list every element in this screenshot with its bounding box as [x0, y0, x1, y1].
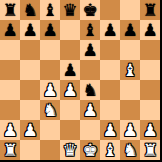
square-f2[interactable]: ♟: [100, 120, 120, 140]
square-h3[interactable]: [140, 100, 160, 120]
black-pawn[interactable]: ♟: [142, 20, 157, 40]
square-b8[interactable]: ♞: [20, 0, 40, 20]
square-g2[interactable]: ♟: [120, 120, 140, 140]
white-king[interactable]: ♚: [82, 140, 97, 160]
square-g4[interactable]: [120, 80, 140, 100]
black-pawn[interactable]: ♟: [22, 20, 37, 40]
square-h5[interactable]: [140, 60, 160, 80]
square-a7[interactable]: ♟: [0, 20, 20, 40]
square-a6[interactable]: [0, 40, 20, 60]
square-e1[interactable]: ♚: [80, 140, 100, 160]
square-f3[interactable]: [100, 100, 120, 120]
square-g7[interactable]: ♟: [120, 20, 140, 40]
square-f7[interactable]: ♟: [100, 20, 120, 40]
black-pawn[interactable]: ♟: [122, 20, 137, 40]
square-h8[interactable]: ♜: [140, 0, 160, 20]
square-c6[interactable]: [40, 40, 60, 60]
black-bishop[interactable]: ♝: [42, 0, 57, 20]
black-rook[interactable]: ♜: [142, 0, 157, 20]
square-e4[interactable]: ♞: [80, 80, 100, 100]
black-pawn[interactable]: ♟: [42, 20, 57, 40]
square-d2[interactable]: [60, 120, 80, 140]
square-e3[interactable]: ♟: [80, 100, 100, 120]
square-b5[interactable]: [20, 60, 40, 80]
square-g8[interactable]: [120, 0, 140, 20]
black-pawn[interactable]: ♟: [82, 40, 97, 60]
square-h7[interactable]: ♟: [140, 20, 160, 40]
black-bishop[interactable]: ♝: [82, 20, 97, 40]
square-e2[interactable]: [80, 120, 100, 140]
white-pawn[interactable]: ♟: [22, 120, 37, 140]
white-rook[interactable]: ♜: [142, 140, 157, 160]
square-a1[interactable]: ♜: [0, 140, 20, 160]
square-a2[interactable]: ♟: [0, 120, 20, 140]
white-pawn[interactable]: ♟: [102, 120, 117, 140]
white-rook[interactable]: ♜: [2, 140, 17, 160]
square-b2[interactable]: ♟: [20, 120, 40, 140]
square-d4[interactable]: ♟: [60, 80, 80, 100]
square-e5[interactable]: [80, 60, 100, 80]
white-pawn[interactable]: ♟: [122, 120, 137, 140]
square-a8[interactable]: ♜: [0, 0, 20, 20]
white-pawn[interactable]: ♟: [82, 100, 97, 120]
square-d7[interactable]: [60, 20, 80, 40]
square-c8[interactable]: ♝: [40, 0, 60, 20]
chess-board: ♜♞♝♛♚♜♟♟♟♝♟♟♟♟♟♝♟♟♞♞♟♟♟♟♟♟♜♛♚♝♞♜: [0, 0, 162, 162]
square-f5[interactable]: [100, 60, 120, 80]
black-pawn[interactable]: ♟: [102, 20, 117, 40]
square-c3[interactable]: ♞: [40, 100, 60, 120]
square-d8[interactable]: ♛: [60, 0, 80, 20]
black-knight[interactable]: ♞: [22, 0, 37, 20]
square-h2[interactable]: ♟: [140, 120, 160, 140]
square-g5[interactable]: ♝: [120, 60, 140, 80]
square-b4[interactable]: [20, 80, 40, 100]
white-queen[interactable]: ♛: [62, 140, 77, 160]
square-d1[interactable]: ♛: [60, 140, 80, 160]
white-pawn[interactable]: ♟: [42, 80, 57, 100]
square-a4[interactable]: [0, 80, 20, 100]
square-e8[interactable]: ♚: [80, 0, 100, 20]
black-queen[interactable]: ♛: [62, 0, 77, 20]
white-pawn[interactable]: ♟: [62, 80, 77, 100]
square-f4[interactable]: [100, 80, 120, 100]
square-b1[interactable]: [20, 140, 40, 160]
square-h6[interactable]: [140, 40, 160, 60]
square-c2[interactable]: [40, 120, 60, 140]
black-pawn[interactable]: ♟: [2, 20, 17, 40]
square-g3[interactable]: [120, 100, 140, 120]
white-knight[interactable]: ♞: [42, 100, 57, 120]
square-h4[interactable]: [140, 80, 160, 100]
square-c5[interactable]: [40, 60, 60, 80]
square-e6[interactable]: ♟: [80, 40, 100, 60]
square-g1[interactable]: ♞: [120, 140, 140, 160]
black-king[interactable]: ♚: [82, 0, 97, 20]
square-c1[interactable]: [40, 140, 60, 160]
square-a3[interactable]: [0, 100, 20, 120]
square-d5[interactable]: ♟: [60, 60, 80, 80]
black-pawn[interactable]: ♟: [62, 60, 77, 80]
white-bishop[interactable]: ♝: [102, 140, 117, 160]
square-g6[interactable]: [120, 40, 140, 60]
square-f8[interactable]: [100, 0, 120, 20]
white-pawn[interactable]: ♟: [142, 120, 157, 140]
white-pawn[interactable]: ♟: [2, 120, 17, 140]
white-bishop[interactable]: ♝: [122, 60, 137, 80]
black-rook[interactable]: ♜: [2, 0, 17, 20]
square-c7[interactable]: ♟: [40, 20, 60, 40]
square-b3[interactable]: [20, 100, 40, 120]
square-b6[interactable]: [20, 40, 40, 60]
square-b7[interactable]: ♟: [20, 20, 40, 40]
square-e7[interactable]: ♝: [80, 20, 100, 40]
square-f6[interactable]: [100, 40, 120, 60]
black-knight[interactable]: ♞: [82, 80, 97, 100]
square-c4[interactable]: ♟: [40, 80, 60, 100]
white-knight[interactable]: ♞: [122, 140, 137, 160]
square-d6[interactable]: [60, 40, 80, 60]
square-a5[interactable]: [0, 60, 20, 80]
square-f1[interactable]: ♝: [100, 140, 120, 160]
square-h1[interactable]: ♜: [140, 140, 160, 160]
square-d3[interactable]: [60, 100, 80, 120]
